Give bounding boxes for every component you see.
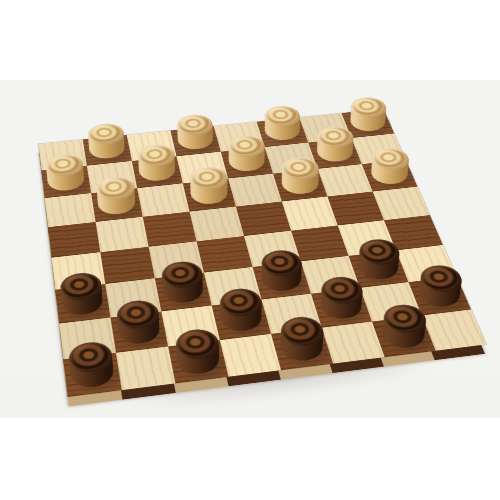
dark-man-f2[interactable] [317, 292, 365, 324]
dark-man-h2[interactable] [415, 280, 465, 311]
dark-man-e3[interactable] [259, 265, 305, 295]
dark-man-g1[interactable] [378, 320, 428, 353]
dark-man-g3[interactable] [355, 254, 402, 284]
board-scene [24, 16, 464, 456]
checkers-board [38, 109, 486, 397]
dark-man-a3[interactable] [61, 288, 105, 319]
dark-man-c1[interactable] [174, 344, 222, 378]
dark-man-b2[interactable] [116, 316, 162, 349]
dark-man-e1[interactable] [277, 332, 326, 366]
photo-backdrop [0, 0, 500, 500]
dark-man-a1[interactable] [69, 357, 115, 392]
dark-man-d2[interactable] [218, 304, 265, 336]
dark-man-c3[interactable] [161, 277, 206, 308]
